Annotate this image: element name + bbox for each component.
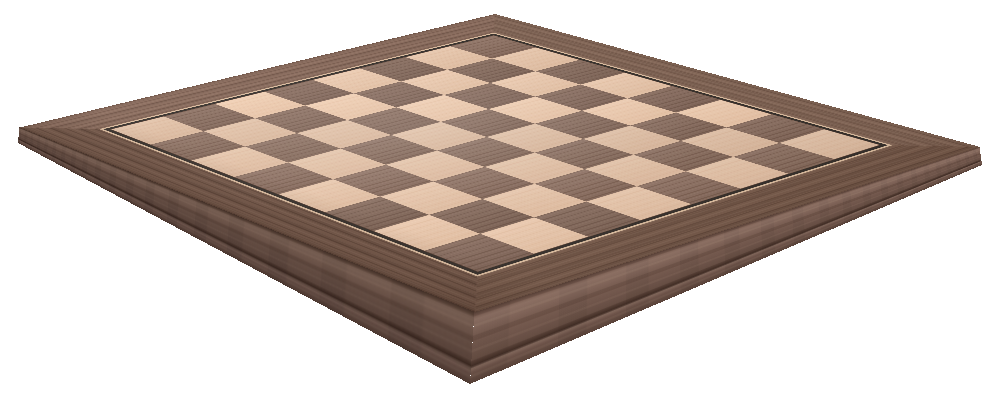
board-top-face xyxy=(20,14,980,312)
chessboard-product-photo xyxy=(0,0,1000,408)
